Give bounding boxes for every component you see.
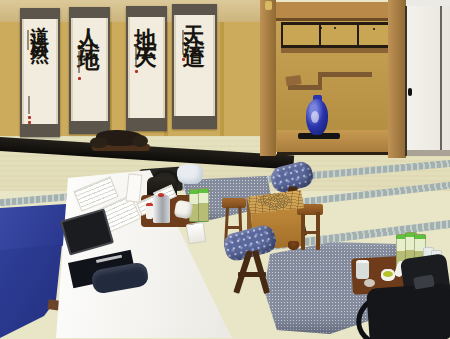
green-tea-bottle — [198, 188, 209, 222]
scroll-1-signature — [27, 30, 29, 50]
piece-stand-left-shelf — [227, 226, 241, 229]
alcove-shelf-upper — [318, 72, 372, 77]
scroll-1: 道法自然 — [20, 8, 60, 137]
alcove-shelf-lower — [288, 85, 322, 90]
shogi-match-room-photo: 道法自然 人法地 地法天 天法道 — [0, 0, 450, 339]
scroll-4-seal — [182, 58, 185, 61]
shogi-piece — [270, 197, 275, 201]
alcove-under-beam — [281, 48, 402, 53]
scroll-4-signature — [182, 30, 184, 54]
vase-pattern — [311, 111, 319, 123]
scroll-3-seal — [135, 70, 138, 73]
scroll-1-seal — [28, 116, 31, 119]
scroll-1-seal — [28, 121, 31, 124]
piece-stand-right-shelf — [303, 231, 319, 234]
lidded-glass — [356, 260, 369, 279]
thermos-button — [158, 193, 164, 197]
pillar-ornament — [265, 1, 272, 10]
blue-cushion-lower — [0, 244, 66, 339]
board-foot — [288, 241, 299, 250]
tea-cup — [381, 269, 395, 281]
cabinet-panel — [321, 25, 357, 45]
scroll-1-text: 道法自然 — [31, 12, 50, 36]
tent-card — [186, 222, 207, 244]
sculpture-rock — [132, 135, 148, 147]
scroll-4-text: 天法道 — [184, 8, 206, 38]
alcove-floor — [277, 130, 405, 155]
green-tea-surface — [383, 271, 393, 277]
scroll-2-seal — [78, 77, 81, 80]
cabinet-handle-dot — [373, 28, 375, 30]
cabinet-panel — [283, 25, 319, 45]
scroll-1-signature — [28, 96, 30, 114]
scroll-2-signature — [78, 51, 80, 73]
shogi-piece — [272, 206, 276, 211]
alcove-top-beam — [276, 2, 406, 21]
small-dish — [364, 279, 375, 287]
scroll-3-signature — [135, 44, 137, 66]
scroll-3-text: 地法天 — [136, 10, 158, 40]
condiment-bottle — [146, 203, 153, 219]
alcove-cabinet — [281, 22, 402, 48]
shogi-piece — [283, 204, 287, 208]
door-bottom-shadow — [406, 150, 450, 156]
shogi-piece — [287, 198, 291, 203]
scroll-2-text: 人法地 — [79, 11, 101, 41]
stone-sculpture — [88, 128, 154, 152]
door-handle — [408, 88, 412, 96]
scroll-3: 地法天 — [126, 6, 167, 131]
card-stand — [126, 173, 143, 202]
scroll-4: 天法道 — [172, 4, 217, 129]
sculpture-rock — [90, 137, 108, 148]
folder-logo — [96, 255, 122, 263]
black-bag-body — [366, 283, 450, 339]
wood-pillar-right — [388, 0, 406, 158]
scroll-2: 人法地 — [69, 7, 110, 134]
door-seam — [440, 6, 442, 156]
plastic-bag — [177, 164, 203, 184]
porcelain-vase — [306, 99, 328, 135]
tissue-wad — [174, 200, 194, 220]
door-frame — [405, 6, 407, 156]
alcove-pillar-left — [260, 0, 276, 156]
steel-thermos — [153, 194, 170, 223]
near-armrest-legs — [234, 250, 270, 296]
cabinet-handle-dot — [320, 27, 322, 29]
fusuma-door — [406, 6, 450, 156]
armrest-crossbar — [238, 272, 266, 277]
shogi-piece — [279, 198, 282, 202]
cabinet-handle-dot — [334, 27, 336, 29]
